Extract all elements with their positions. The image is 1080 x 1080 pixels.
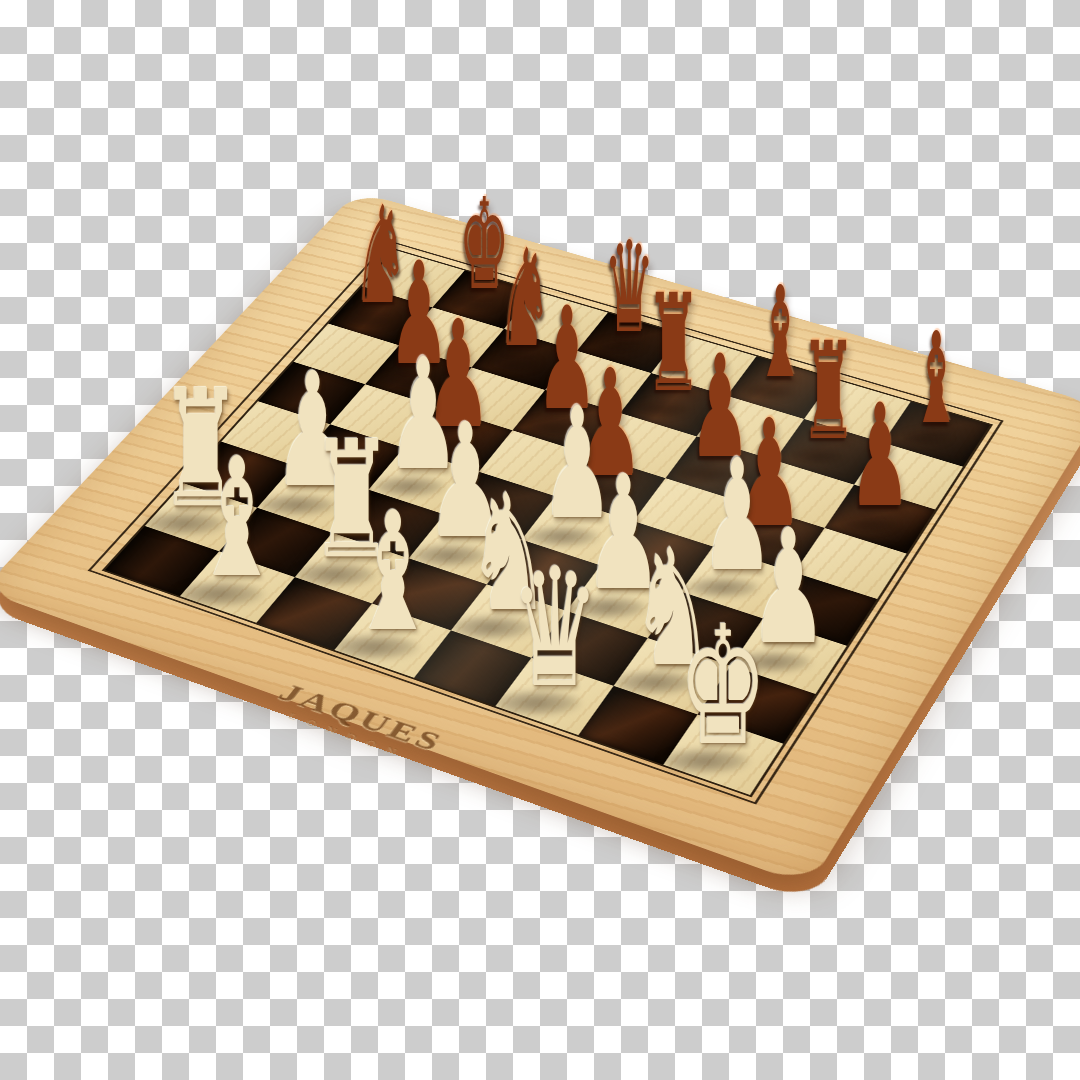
piece-cream-queen-f1[interactable]: ♛ bbox=[510, 546, 599, 710]
piece-dark-bishop-f8[interactable]: ♝ bbox=[755, 269, 806, 395]
piece-cream-bishop-b1[interactable]: ♝ bbox=[193, 437, 282, 601]
piece-dark-bishop-h8[interactable]: ♝ bbox=[911, 316, 962, 442]
scene: JAQUES LONDON ♚♛♝♝♞♞♜♜♟♟♟♟♟♟♟♟♟♟♟♟♟♟♜♜♞♞… bbox=[0, 0, 1080, 1080]
piece-dark-pawn-h6[interactable]: ♟ bbox=[849, 387, 911, 529]
piece-cream-king-h1[interactable]: ♚ bbox=[679, 605, 768, 769]
piece-cream-bishop-d1[interactable]: ♝ bbox=[348, 490, 437, 654]
